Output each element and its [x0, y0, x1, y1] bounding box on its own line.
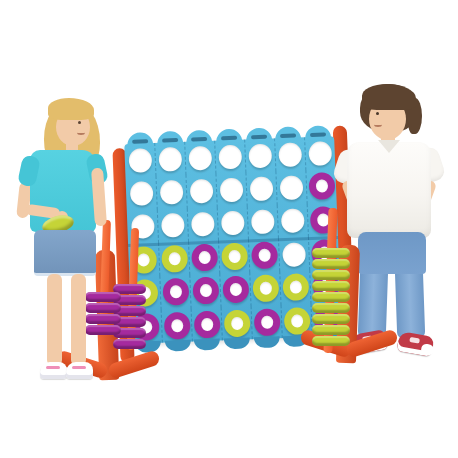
cell-r2-c1 [126, 176, 157, 210]
boy-sneaker-right [397, 331, 435, 357]
empty-hole [160, 180, 184, 205]
empty-hole [281, 209, 305, 234]
boy-jeans-leg-left [358, 266, 388, 339]
empty-hole [158, 147, 182, 172]
connect-four-unit [124, 136, 342, 344]
girl-leg-left [47, 274, 62, 366]
cell-r1-c4 [214, 139, 245, 173]
yellow-spare-ring [312, 314, 350, 324]
cell-r4-c5 [248, 238, 279, 272]
purple-spare-ring [85, 314, 121, 324]
cell-r3-c3 [187, 207, 218, 241]
girl-smile [77, 130, 85, 135]
purple-spare-ring [113, 339, 146, 349]
yellow-disc [161, 245, 188, 273]
cell-r2-c4 [215, 173, 246, 207]
empty-hole [220, 178, 244, 203]
drop-slot [221, 136, 237, 141]
purple-disc [251, 241, 278, 269]
boy-polo-shirt [347, 142, 431, 238]
empty-hole [248, 143, 272, 168]
yellow-spare-ring [312, 270, 350, 280]
cell-r5-c3 [189, 274, 220, 308]
cell-r4-c3 [188, 241, 219, 275]
top-scallop [305, 125, 332, 140]
purple-disc [222, 276, 249, 304]
boy-smile [374, 122, 382, 127]
empty-hole [161, 213, 185, 238]
purple-spare-ring [85, 325, 121, 335]
cell-r1-c1 [124, 143, 155, 177]
purple-disc [308, 173, 335, 201]
yellow-spare-ring [312, 303, 350, 313]
empty-hole [251, 210, 275, 235]
purple-disc [163, 312, 190, 340]
bottom-scallop [194, 339, 220, 351]
cell-r4-c6 [278, 237, 309, 271]
cell-r4-c4 [218, 239, 249, 273]
purple-spare-ring [85, 303, 121, 313]
top-scallop [216, 129, 243, 144]
cell-r3-c2 [157, 208, 188, 242]
cell-r5-c5 [249, 272, 280, 306]
empty-hole [218, 144, 242, 169]
top-scallop [127, 132, 154, 147]
yellow-spare-ring [312, 259, 350, 269]
empty-hole [190, 179, 214, 204]
cell-r3-c5 [247, 205, 278, 239]
empty-hole [278, 142, 302, 167]
boy-jeans [358, 232, 426, 274]
top-scallop [275, 126, 302, 141]
purple-ring-stack-front [85, 292, 121, 336]
drop-slot [280, 133, 296, 138]
girl-shoe-left [40, 362, 67, 379]
top-scallop [245, 127, 272, 142]
boy-jeans-leg-right [395, 266, 425, 339]
purple-disc [193, 310, 220, 338]
purple-disc [192, 277, 219, 305]
cell-r1-c3 [184, 141, 215, 175]
empty-hole [282, 242, 306, 267]
empty-hole [250, 176, 274, 201]
yellow-disc [223, 309, 250, 337]
yellow-spare-ring [312, 336, 350, 346]
purple-disc [191, 244, 218, 272]
girl-shoe-strap [46, 366, 60, 369]
drop-slot [162, 138, 178, 143]
empty-hole [129, 181, 153, 206]
cell-r2-c2 [155, 175, 186, 209]
cell-r5-c2 [159, 275, 190, 309]
drop-slot [310, 132, 326, 137]
yellow-disc [282, 274, 309, 302]
yellow-spare-ring [312, 281, 350, 291]
cell-r6-c2 [161, 308, 192, 342]
drop-slot [251, 135, 267, 140]
board [124, 136, 342, 344]
top-scallop [156, 131, 183, 146]
bottom-scallop [164, 340, 190, 352]
yellow-spare-ring [312, 325, 350, 335]
girl-shorts [34, 230, 96, 276]
empty-hole [221, 211, 245, 236]
yellow-spare-ring [312, 292, 350, 302]
yellow-disc [252, 275, 279, 303]
girl-shoe-strap [72, 366, 86, 369]
purple-spare-ring [85, 292, 121, 302]
girl-shoe-right [66, 362, 93, 379]
drop-slot [191, 137, 207, 142]
girl-leg-right [71, 274, 86, 366]
yellow-spare-ring [312, 248, 350, 258]
cell-r5-c4 [219, 273, 250, 307]
cell-r2-c6 [275, 170, 306, 204]
sneaker-lace [409, 337, 420, 344]
empty-hole [308, 141, 332, 166]
purple-disc [253, 308, 280, 336]
cell-r2-c7 [305, 169, 336, 203]
scene [0, 0, 458, 458]
cell-r6-c5 [251, 305, 282, 339]
cell-r1-c6 [274, 137, 305, 171]
sneaker-toe [420, 343, 435, 356]
boy-collar [378, 140, 400, 153]
cell-r3-c6 [277, 204, 308, 238]
cell-r5-c6 [279, 270, 310, 304]
cell-r1-c7 [304, 136, 335, 170]
purple-disc [162, 278, 189, 306]
empty-hole [188, 145, 212, 170]
cell-r2-c5 [245, 172, 276, 206]
empty-hole [191, 212, 215, 237]
yellow-ring-stack [312, 248, 350, 347]
drop-slot [132, 139, 148, 144]
cell-r1-c5 [244, 138, 275, 172]
cell-r6-c3 [191, 307, 222, 341]
girl-eye [78, 121, 81, 124]
boy-eye [376, 112, 379, 115]
cell-r3-c4 [217, 206, 248, 240]
empty-hole [128, 148, 152, 173]
empty-hole [280, 175, 304, 200]
cell-r6-c4 [221, 306, 252, 340]
boy-fringe [362, 84, 416, 110]
yellow-disc [221, 243, 248, 271]
bottom-scallop [253, 336, 279, 348]
cell-r2-c3 [185, 174, 216, 208]
cell-r1-c2 [154, 142, 185, 176]
girl-fringe [48, 98, 94, 120]
bottom-scallop [224, 337, 250, 349]
cell-r4-c2 [158, 242, 189, 276]
top-scallop [186, 130, 213, 145]
